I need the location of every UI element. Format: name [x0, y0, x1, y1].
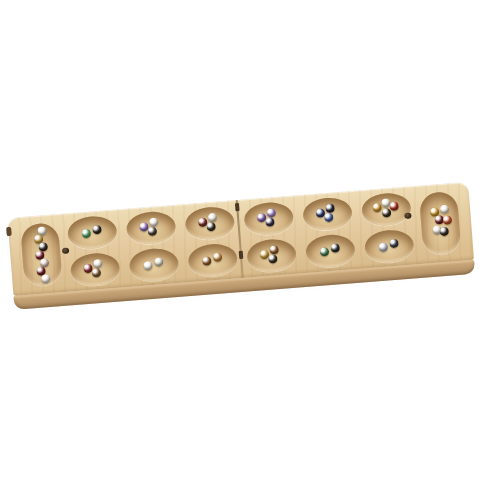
stone: [266, 208, 276, 218]
pit-top-5[interactable]: [302, 196, 353, 232]
stone: [143, 261, 153, 271]
clasp-notch: [6, 227, 12, 236]
stone: [148, 226, 158, 236]
stone: [268, 254, 278, 264]
stone: [92, 225, 102, 235]
pit-top-2[interactable]: [125, 210, 176, 246]
stone: [320, 247, 330, 257]
stone: [202, 256, 212, 266]
pit-bottom-4[interactable]: [246, 237, 297, 273]
stone: [269, 245, 279, 255]
stone: [389, 201, 399, 211]
pit-bottom-1[interactable]: [69, 251, 120, 287]
pit-bottom-6[interactable]: [364, 228, 415, 264]
pit-bottom-5[interactable]: [305, 233, 356, 269]
stone: [154, 257, 164, 267]
stone: [330, 243, 340, 253]
stone: [40, 274, 50, 284]
stone: [389, 239, 399, 249]
pit-top-3[interactable]: [184, 205, 235, 241]
stone: [81, 229, 91, 239]
pit-bottom-2[interactable]: [128, 246, 179, 282]
stone: [378, 242, 388, 252]
pit-top-4[interactable]: [243, 200, 294, 236]
stone: [325, 203, 335, 213]
pit-top-1[interactable]: [67, 214, 118, 250]
stone: [149, 217, 159, 227]
stone: [213, 252, 223, 262]
pit-top-6[interactable]: [361, 191, 412, 227]
stone: [439, 204, 449, 214]
stone: [439, 226, 449, 236]
pit-bottom-3[interactable]: [187, 242, 238, 278]
store-right: [419, 191, 462, 256]
stone: [442, 215, 452, 225]
hinge-top-mark: [235, 203, 240, 211]
stone: [324, 213, 334, 223]
hinge-bottom-mark: [238, 251, 243, 259]
stone: [208, 213, 218, 223]
stone: [265, 217, 275, 227]
stone: [92, 268, 102, 278]
stone: [382, 208, 392, 218]
stone: [206, 222, 216, 232]
product-photo: [0, 0, 500, 500]
mancala-board: [7, 182, 475, 310]
store-left: [20, 222, 63, 287]
stone: [93, 259, 103, 269]
